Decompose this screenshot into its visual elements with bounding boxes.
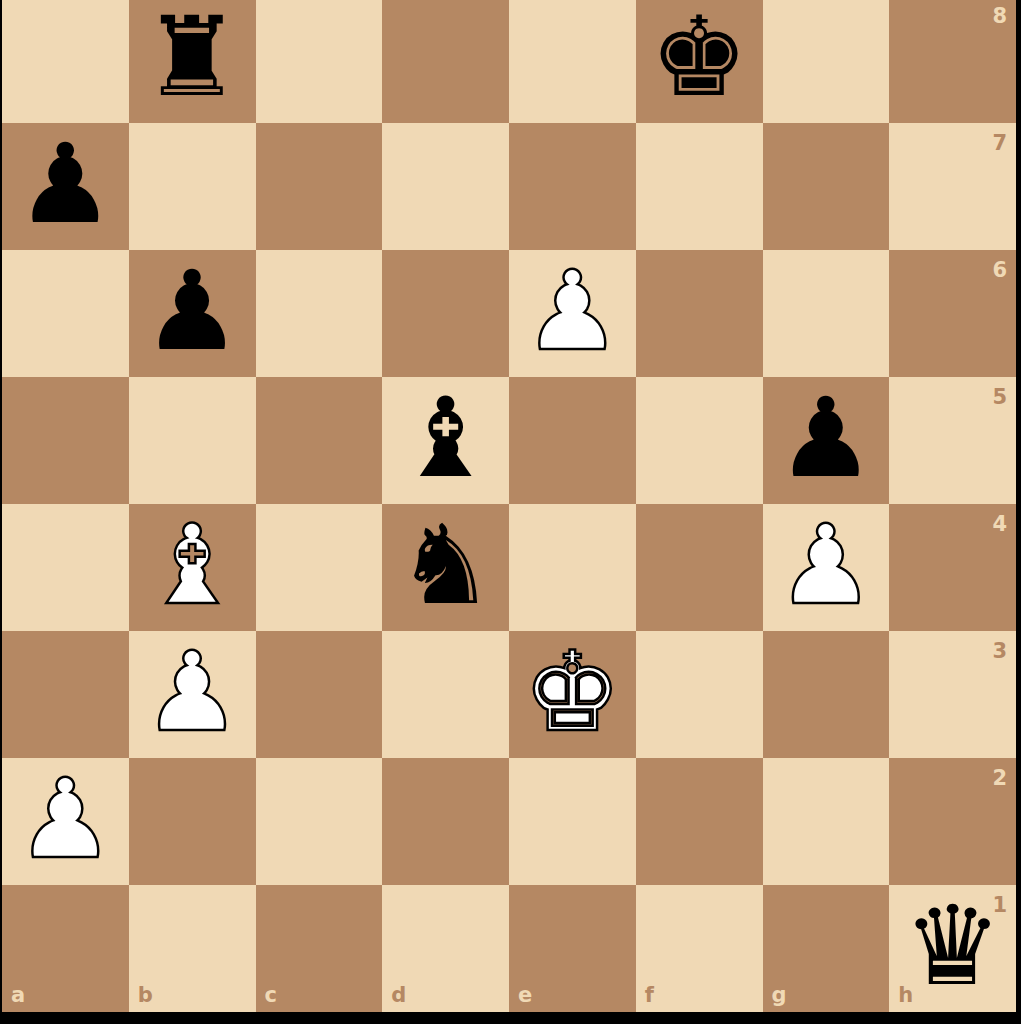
square-f8[interactable]: ♚ [636, 0, 763, 123]
square-e5[interactable] [509, 377, 636, 504]
square-b3[interactable]: ♟ [129, 631, 256, 758]
file-label-e: e [518, 983, 532, 1007]
square-f6[interactable] [636, 250, 763, 377]
square-h8[interactable]: 8 [889, 0, 1016, 123]
square-d1[interactable]: d [382, 885, 509, 1012]
rank-label-7: 7 [992, 131, 1007, 155]
square-e2[interactable] [509, 758, 636, 885]
file-label-h: h [898, 983, 913, 1007]
square-f5[interactable] [636, 377, 763, 504]
square-g7[interactable] [763, 123, 890, 250]
square-g3[interactable] [763, 631, 890, 758]
square-b8[interactable]: ♜ [129, 0, 256, 123]
square-a4[interactable] [2, 504, 129, 631]
square-e8[interactable] [509, 0, 636, 123]
square-a5[interactable] [2, 377, 129, 504]
piece-black-pawn[interactable]: ♟ [777, 383, 876, 493]
square-g1[interactable]: g [763, 885, 890, 1012]
square-c7[interactable] [256, 123, 383, 250]
square-c8[interactable] [256, 0, 383, 123]
chess-app: ♜♚8♟7♟♟6♝♟5♝♞♟4♟♚3♟2abcdefg♛1h [0, 0, 1021, 1024]
square-d6[interactable] [382, 250, 509, 377]
file-label-d: d [391, 983, 406, 1007]
square-b5[interactable] [129, 377, 256, 504]
square-g4[interactable]: ♟ [763, 504, 890, 631]
square-f2[interactable] [636, 758, 763, 885]
square-g8[interactable] [763, 0, 890, 123]
square-c5[interactable] [256, 377, 383, 504]
piece-black-king[interactable]: ♚ [650, 2, 749, 112]
rank-label-3: 3 [992, 639, 1007, 663]
file-label-f: f [645, 983, 654, 1007]
piece-black-queen[interactable]: ♛ [903, 891, 1002, 1001]
square-h5[interactable]: 5 [889, 377, 1016, 504]
square-d5[interactable]: ♝ [382, 377, 509, 504]
rank-label-4: 4 [992, 512, 1007, 536]
square-e3[interactable]: ♚ [509, 631, 636, 758]
square-b6[interactable]: ♟ [129, 250, 256, 377]
square-a6[interactable] [2, 250, 129, 377]
rank-label-8: 8 [992, 4, 1007, 28]
square-d7[interactable] [382, 123, 509, 250]
square-h1[interactable]: ♛1h [889, 885, 1016, 1012]
piece-white-pawn[interactable]: ♟ [777, 510, 876, 620]
square-c4[interactable] [256, 504, 383, 631]
square-a3[interactable] [2, 631, 129, 758]
square-e4[interactable] [509, 504, 636, 631]
square-b1[interactable]: b [129, 885, 256, 1012]
square-h6[interactable]: 6 [889, 250, 1016, 377]
piece-white-bishop[interactable]: ♝ [143, 510, 242, 620]
piece-white-king[interactable]: ♚ [523, 637, 622, 747]
square-d4[interactable]: ♞ [382, 504, 509, 631]
square-h3[interactable]: 3 [889, 631, 1016, 758]
square-c2[interactable] [256, 758, 383, 885]
square-e1[interactable]: e [509, 885, 636, 1012]
square-a7[interactable]: ♟ [2, 123, 129, 250]
square-c6[interactable] [256, 250, 383, 377]
square-c1[interactable]: c [256, 885, 383, 1012]
piece-black-bishop[interactable]: ♝ [396, 383, 495, 493]
square-a8[interactable] [2, 0, 129, 123]
piece-black-pawn[interactable]: ♟ [143, 256, 242, 366]
piece-white-pawn[interactable]: ♟ [16, 764, 115, 874]
file-label-a: a [11, 983, 25, 1007]
square-c3[interactable] [256, 631, 383, 758]
square-f3[interactable] [636, 631, 763, 758]
square-e7[interactable] [509, 123, 636, 250]
piece-white-pawn[interactable]: ♟ [143, 637, 242, 747]
piece-white-pawn[interactable]: ♟ [523, 256, 622, 366]
square-d3[interactable] [382, 631, 509, 758]
square-b2[interactable] [129, 758, 256, 885]
file-label-c: c [265, 983, 277, 1007]
file-label-b: b [138, 983, 153, 1007]
square-f4[interactable] [636, 504, 763, 631]
square-b7[interactable] [129, 123, 256, 250]
rank-label-5: 5 [992, 385, 1007, 409]
rank-label-1: 1 [992, 893, 1007, 917]
square-g2[interactable] [763, 758, 890, 885]
piece-black-rook[interactable]: ♜ [143, 2, 242, 112]
square-d2[interactable] [382, 758, 509, 885]
piece-black-knight[interactable]: ♞ [396, 510, 495, 620]
piece-black-pawn[interactable]: ♟ [16, 129, 115, 239]
square-h7[interactable]: 7 [889, 123, 1016, 250]
rank-label-6: 6 [992, 258, 1007, 282]
chess-board: ♜♚8♟7♟♟6♝♟5♝♞♟4♟♚3♟2abcdefg♛1h [2, 0, 1016, 1012]
square-b4[interactable]: ♝ [129, 504, 256, 631]
square-h4[interactable]: 4 [889, 504, 1016, 631]
rank-label-2: 2 [992, 766, 1007, 790]
square-e6[interactable]: ♟ [509, 250, 636, 377]
square-a1[interactable]: a [2, 885, 129, 1012]
square-g5[interactable]: ♟ [763, 377, 890, 504]
square-f7[interactable] [636, 123, 763, 250]
file-label-g: g [772, 983, 787, 1007]
square-d8[interactable] [382, 0, 509, 123]
square-a2[interactable]: ♟ [2, 758, 129, 885]
square-f1[interactable]: f [636, 885, 763, 1012]
square-g6[interactable] [763, 250, 890, 377]
square-h2[interactable]: 2 [889, 758, 1016, 885]
